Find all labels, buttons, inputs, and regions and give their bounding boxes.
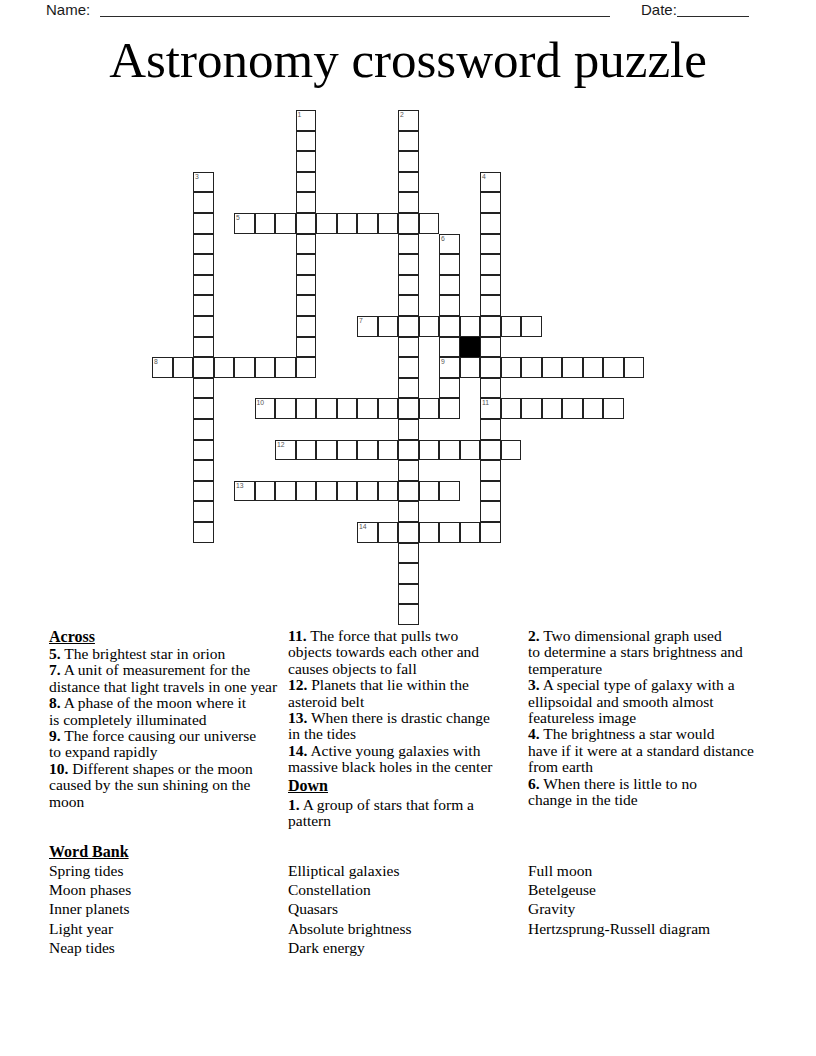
crossword-grid: 1234567891011121314 (152, 110, 645, 626)
grid-cell[interactable] (193, 213, 214, 234)
grid-cell[interactable] (480, 440, 501, 461)
clues-column-across: Across5. The brightest star in orion7. A… (49, 628, 292, 810)
grid-cell[interactable] (275, 213, 296, 234)
grid-cell[interactable] (480, 316, 501, 337)
grid-cell[interactable] (398, 151, 419, 172)
grid-cell[interactable] (480, 481, 501, 502)
clue-number: 7. (49, 661, 61, 678)
word-bank-column-1: Spring tidesMoon phasesInner planetsLigh… (49, 861, 131, 957)
across-clue-14: 14. Active young galaxies with massive b… (288, 743, 531, 776)
grid-cell[interactable] (378, 481, 399, 502)
cell-number: 11 (482, 399, 489, 407)
grid-cell[interactable] (234, 357, 255, 378)
word-bank-item: Elliptical galaxies (288, 861, 412, 880)
grid-cell[interactable] (480, 275, 501, 296)
date-label: Date: (641, 2, 677, 18)
grid-cell[interactable] (480, 460, 501, 481)
grid-cell[interactable]: 1 (296, 110, 317, 131)
cell-number: 1 (298, 111, 302, 119)
down-clue-6: 6. When there is little to no change in … (528, 776, 784, 809)
clue-number: 4. (528, 725, 540, 742)
grid-cell[interactable] (439, 440, 460, 461)
cell-number: 9 (441, 358, 445, 366)
down-clue-2: 2. Two dimensional graph used to determi… (528, 628, 784, 677)
clue-number: 1. (288, 796, 300, 813)
clue-text: When there is little to no change in the… (528, 775, 697, 808)
word-bank-item: Spring tides (49, 861, 131, 880)
clue-text: A special type of galaxy with a ellipsoi… (528, 676, 735, 726)
grid-cell[interactable] (398, 234, 419, 255)
word-bank-item: Hertzsprung-Russell diagram (528, 919, 710, 938)
grid-cell[interactable] (337, 481, 358, 502)
grid-cell[interactable] (255, 357, 276, 378)
grid-cell[interactable] (193, 316, 214, 337)
grid-cell[interactable] (398, 501, 419, 522)
word-bank-column-2: Elliptical galaxiesConstellationQuasarsA… (288, 861, 412, 957)
cell-number: 13 (236, 482, 244, 490)
clue-text: A phase of the moon where it is complete… (49, 694, 246, 727)
grid-cell[interactable] (296, 131, 317, 152)
grid-cell[interactable] (480, 419, 501, 440)
cell-number: 2 (400, 111, 404, 119)
name-blank-line (100, 16, 610, 17)
grid-cell[interactable] (398, 584, 419, 605)
grid-cell[interactable] (480, 337, 501, 358)
grid-cell[interactable] (460, 316, 481, 337)
grid-cell[interactable] (275, 357, 296, 378)
clue-text: Active young galaxies with massive black… (288, 742, 492, 775)
grid-cell[interactable] (193, 460, 214, 481)
grid-cell[interactable] (521, 398, 542, 419)
across-clue-10: 10. Different shapes or the moon caused … (49, 761, 292, 810)
grid-cell[interactable] (542, 357, 563, 378)
grid-cell[interactable] (296, 337, 317, 358)
grid-cell[interactable] (439, 522, 460, 543)
grid-cell[interactable] (316, 213, 337, 234)
grid-cell[interactable] (296, 357, 317, 378)
grid-cell[interactable] (419, 398, 440, 419)
grid-cell[interactable] (398, 172, 419, 193)
grid-cell[interactable] (562, 398, 583, 419)
grid-cell[interactable] (296, 254, 317, 275)
clue-text: The brightness a star would have if it w… (528, 725, 754, 775)
word-bank-item: Light year (49, 919, 131, 938)
clue-text: The brightest star in orion (61, 645, 226, 662)
down-heading: Down (288, 777, 531, 794)
word-bank-item: Quasars (288, 899, 412, 918)
across-clue-8: 8. A phase of the moon where it is compl… (49, 695, 292, 728)
name-label: Name: (46, 2, 90, 18)
grid-cell[interactable]: 13 (234, 481, 255, 502)
grid-cell[interactable] (193, 481, 214, 502)
clue-number: 11. (288, 627, 307, 644)
grid-cell[interactable] (439, 275, 460, 296)
grid-cell[interactable] (398, 213, 419, 234)
grid-cell[interactable] (398, 481, 419, 502)
grid-cell[interactable] (583, 398, 604, 419)
grid-cell[interactable] (439, 378, 460, 399)
grid-cell[interactable] (378, 522, 399, 543)
across-clue-9: 9. The force causing our universe to exp… (49, 728, 292, 761)
grid-cell[interactable]: 11 (480, 398, 501, 419)
across-clue-5: 5. The brightest star in orion (49, 646, 292, 662)
clue-number: 3. (528, 676, 540, 693)
grid-cell[interactable] (419, 481, 440, 502)
grid-cell[interactable] (296, 192, 317, 213)
clue-number: 10. (49, 760, 68, 777)
grid-cell[interactable] (357, 398, 378, 419)
grid-cell[interactable] (316, 481, 337, 502)
cell-number: 3 (195, 173, 199, 181)
grid-cell[interactable] (193, 357, 214, 378)
grid-cell[interactable] (439, 398, 460, 419)
grid-cell[interactable] (398, 460, 419, 481)
grid-cell[interactable] (296, 295, 317, 316)
grid-cell[interactable] (255, 481, 276, 502)
word-bank-item: Neap tides (49, 938, 131, 957)
grid-cell[interactable] (439, 337, 460, 358)
grid-cell[interactable] (419, 213, 440, 234)
grid-cell[interactable] (255, 213, 276, 234)
grid-cell[interactable] (193, 337, 214, 358)
down-clue-3: 3. A special type of galaxy with a ellip… (528, 677, 784, 726)
grid-cell[interactable] (439, 295, 460, 316)
grid-cell[interactable] (624, 357, 645, 378)
clues-column-middle: 11. The force that pulls two objects tow… (288, 628, 531, 829)
grid-cell[interactable] (480, 234, 501, 255)
black-cell (460, 337, 481, 358)
grid-cell[interactable] (296, 172, 317, 193)
grid-cell[interactable] (480, 192, 501, 213)
grid-cell[interactable] (378, 398, 399, 419)
grid-cell[interactable] (398, 357, 419, 378)
cell-number: 10 (257, 399, 265, 407)
clue-number: 9. (49, 727, 61, 744)
grid-cell[interactable] (480, 254, 501, 275)
grid-cell[interactable] (296, 398, 317, 419)
grid-cell[interactable] (439, 316, 460, 337)
clue-text: A group of stars that form a pattern (288, 796, 474, 829)
grid-cell[interactable]: 10 (255, 398, 276, 419)
grid-cell[interactable] (398, 316, 419, 337)
clue-number: 13. (288, 709, 307, 726)
grid-cell[interactable] (603, 357, 624, 378)
word-bank-item: Full moon (528, 861, 710, 880)
clue-text: The force causing our universe to expand… (49, 727, 256, 760)
grid-cell[interactable]: 3 (193, 172, 214, 193)
grid-cell[interactable] (296, 275, 317, 296)
clue-number: 6. (528, 775, 540, 792)
grid-cell[interactable] (316, 440, 337, 461)
grid-cell[interactable]: 8 (152, 357, 173, 378)
grid-cell[interactable] (460, 440, 481, 461)
clue-text: The force that pulls two objects towards… (288, 627, 479, 677)
grid-cell[interactable] (193, 275, 214, 296)
grid-cell[interactable] (398, 337, 419, 358)
grid-cell[interactable] (398, 398, 419, 419)
grid-cell[interactable] (337, 213, 358, 234)
clue-number: 12. (288, 676, 307, 693)
grid-cell[interactable] (337, 440, 358, 461)
grid-cell[interactable] (357, 481, 378, 502)
grid-cell[interactable] (480, 522, 501, 543)
cell-number: 7 (359, 317, 363, 325)
word-bank-item: Absolute brightness (288, 919, 412, 938)
down-clue-4: 4. The brightness a star would have if i… (528, 726, 784, 775)
page-title: Astronomy crossword puzzle (0, 33, 816, 88)
cell-number: 12 (277, 441, 285, 449)
word-bank-item: Constellation (288, 880, 412, 899)
grid-cell[interactable] (501, 357, 522, 378)
word-bank-heading: Word Bank (49, 843, 129, 860)
grid-cell[interactable] (398, 563, 419, 584)
grid-cell[interactable] (480, 501, 501, 522)
cell-number: 14 (359, 523, 367, 531)
word-bank-item: Inner planets (49, 899, 131, 918)
across-clue-13: 13. When there is drastic change in the … (288, 710, 531, 743)
grid-cell[interactable] (296, 440, 317, 461)
grid-cell[interactable]: 12 (275, 440, 296, 461)
grid-cell[interactable]: 9 (439, 357, 460, 378)
grid-cell[interactable] (439, 254, 460, 275)
cell-number: 8 (154, 358, 158, 366)
grid-cell[interactable] (480, 357, 501, 378)
cell-number: 5 (236, 214, 240, 222)
grid-cell[interactable] (193, 419, 214, 440)
grid-cell[interactable]: 5 (234, 213, 255, 234)
cell-number: 6 (441, 235, 445, 243)
grid-cell[interactable] (480, 378, 501, 399)
grid-cell[interactable] (419, 522, 440, 543)
grid-cell[interactable] (419, 316, 440, 337)
grid-cell[interactable] (398, 254, 419, 275)
grid-cell[interactable] (296, 213, 317, 234)
grid-cell[interactable] (193, 254, 214, 275)
grid-cell[interactable] (460, 357, 481, 378)
grid-cell[interactable] (337, 398, 358, 419)
grid-cell[interactable] (173, 357, 194, 378)
grid-cell[interactable] (357, 213, 378, 234)
grid-cell[interactable] (214, 357, 235, 378)
grid-cell[interactable] (439, 481, 460, 502)
grid-cell[interactable] (296, 316, 317, 337)
across-clue-7: 7. A unit of measurement for the distanc… (49, 662, 292, 695)
grid-cell[interactable] (603, 398, 624, 419)
grid-cell[interactable] (521, 357, 542, 378)
grid-cell[interactable] (419, 440, 440, 461)
clue-number: 5. (49, 645, 61, 662)
clues-column-down: 2. Two dimensional graph used to determi… (528, 628, 784, 808)
grid-cell[interactable] (378, 440, 399, 461)
cell-number: 4 (482, 173, 486, 181)
word-bank-item: Dark energy (288, 938, 412, 957)
word-bank-column-3: Full moonBetelgeuseGravityHertzsprung-Ru… (528, 861, 710, 938)
grid-cell[interactable] (480, 213, 501, 234)
grid-cell[interactable] (398, 295, 419, 316)
grid-cell[interactable] (398, 378, 419, 399)
grid-cell[interactable] (501, 440, 522, 461)
grid-cell[interactable] (193, 501, 214, 522)
grid-cell[interactable] (193, 522, 214, 543)
clue-text: Two dimensional graph used to determine … (528, 627, 743, 677)
across-heading: Across (49, 628, 292, 645)
grid-cell[interactable] (357, 440, 378, 461)
across-clue-11: 11. The force that pulls two objects tow… (288, 628, 531, 677)
grid-cell[interactable] (275, 481, 296, 502)
clue-text: Planets that lie within the asteroid bel… (288, 676, 469, 709)
grid-cell[interactable] (296, 151, 317, 172)
word-bank-item: Betelgeuse (528, 880, 710, 899)
clue-text: When there is drastic change in the tide… (288, 709, 490, 742)
word-bank-item: Moon phases (49, 880, 131, 899)
grid-cell[interactable]: 6 (439, 234, 460, 255)
clue-number: 14. (288, 742, 307, 759)
clue-number: 2. (528, 627, 540, 644)
grid-cell[interactable] (562, 357, 583, 378)
grid-cell[interactable] (193, 398, 214, 419)
grid-cell[interactable] (193, 378, 214, 399)
grid-cell[interactable] (296, 481, 317, 502)
down-clue-1: 1. A group of stars that form a pattern (288, 797, 531, 830)
grid-cell[interactable]: 4 (480, 172, 501, 193)
grid-cell[interactable] (542, 398, 563, 419)
grid-cell[interactable]: 14 (357, 522, 378, 543)
grid-cell[interactable] (398, 440, 419, 461)
grid-cell[interactable] (398, 522, 419, 543)
grid-cell[interactable] (480, 295, 501, 316)
grid-cell[interactable] (378, 213, 399, 234)
grid-cell[interactable] (521, 316, 542, 337)
grid-cell[interactable]: 7 (357, 316, 378, 337)
grid-cell[interactable] (193, 234, 214, 255)
grid-cell[interactable] (501, 316, 522, 337)
grid-cell[interactable] (275, 398, 296, 419)
grid-cell[interactable] (398, 419, 419, 440)
grid-cell[interactable] (398, 604, 419, 625)
grid-cell[interactable] (193, 440, 214, 461)
grid-cell[interactable] (296, 234, 317, 255)
grid-cell[interactable] (398, 543, 419, 564)
date-blank-line (677, 16, 749, 17)
grid-cell[interactable] (193, 295, 214, 316)
word-bank-item: Gravity (528, 899, 710, 918)
grid-cell[interactable] (193, 192, 214, 213)
grid-cell[interactable] (378, 316, 399, 337)
grid-cell[interactable] (316, 398, 337, 419)
grid-cell[interactable] (501, 398, 522, 419)
grid-cell[interactable] (398, 192, 419, 213)
grid-cell[interactable] (583, 357, 604, 378)
grid-cell[interactable] (398, 131, 419, 152)
clue-text: Different shapes or the moon caused by t… (49, 760, 253, 810)
clue-number: 8. (49, 694, 61, 711)
grid-cell[interactable]: 2 (398, 110, 419, 131)
grid-cell[interactable] (398, 275, 419, 296)
clue-text: A unit of measurement for the distance t… (49, 661, 277, 694)
across-clue-12: 12. Planets that lie within the asteroid… (288, 677, 531, 710)
grid-cell[interactable] (460, 522, 481, 543)
